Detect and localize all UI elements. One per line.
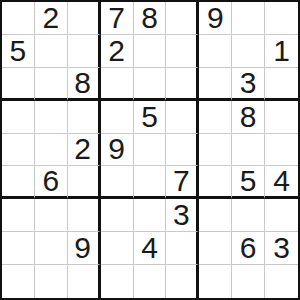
cell-r8c5[interactable]: 4 [134,232,167,265]
cell-r4c2[interactable] [35,101,68,134]
cell-r7c1[interactable] [2,199,35,232]
cell-r4c7[interactable] [199,101,232,134]
cell-r3c4[interactable] [101,68,134,101]
cell-r7c2[interactable] [35,199,68,232]
cell-r9c7[interactable] [199,265,232,298]
cell-r7c7[interactable] [199,199,232,232]
cell-r7c9[interactable] [265,199,298,232]
cell-r1c3[interactable] [68,2,101,35]
cell-r8c2[interactable] [35,232,68,265]
cell-r4c6[interactable] [166,101,199,134]
cell-r2c4[interactable]: 2 [101,35,134,68]
cell-r8c6[interactable] [166,232,199,265]
cell-r8c3[interactable]: 9 [68,232,101,265]
cell-r5c2[interactable] [35,134,68,167]
cell-r6c2[interactable]: 6 [35,166,68,199]
cell-r6c1[interactable] [2,166,35,199]
cell-r9c5[interactable] [134,265,167,298]
cell-r8c4[interactable] [101,232,134,265]
cell-r1c4[interactable]: 7 [101,2,134,35]
cell-r5c7[interactable] [199,134,232,167]
cell-r2c7[interactable] [199,35,232,68]
cell-r3c7[interactable] [199,68,232,101]
cell-r4c5[interactable]: 5 [134,101,167,134]
cell-r1c8[interactable] [232,2,265,35]
cell-r7c6[interactable]: 3 [166,199,199,232]
cell-r8c8[interactable]: 6 [232,232,265,265]
cell-r5c9[interactable] [265,134,298,167]
sudoku-board: 2789521835829675439463 [0,0,300,300]
cell-r3c6[interactable] [166,68,199,101]
cell-r9c1[interactable] [2,265,35,298]
cell-r2c6[interactable] [166,35,199,68]
cell-r2c3[interactable] [68,35,101,68]
cell-r5c4[interactable]: 9 [101,134,134,167]
cell-r2c1[interactable]: 5 [2,35,35,68]
cell-r1c1[interactable] [2,2,35,35]
cell-r8c9[interactable]: 3 [265,232,298,265]
cell-r7c8[interactable] [232,199,265,232]
cell-r4c4[interactable] [101,101,134,134]
cell-r1c7[interactable]: 9 [199,2,232,35]
cell-r1c2[interactable]: 2 [35,2,68,35]
cell-r2c5[interactable] [134,35,167,68]
cell-r5c1[interactable] [2,134,35,167]
cell-r3c3[interactable]: 8 [68,68,101,101]
cell-r9c4[interactable] [101,265,134,298]
cell-r8c1[interactable] [2,232,35,265]
cell-r1c6[interactable] [166,2,199,35]
cell-r4c8[interactable]: 8 [232,101,265,134]
cell-r3c9[interactable] [265,68,298,101]
cell-r5c8[interactable] [232,134,265,167]
cell-r3c1[interactable] [2,68,35,101]
cell-r2c9[interactable]: 1 [265,35,298,68]
cell-r7c5[interactable] [134,199,167,232]
cell-r5c6[interactable] [166,134,199,167]
cell-r6c5[interactable] [134,166,167,199]
cell-r4c3[interactable] [68,101,101,134]
cell-r3c2[interactable] [35,68,68,101]
cell-r6c6[interactable]: 7 [166,166,199,199]
cell-r6c9[interactable]: 4 [265,166,298,199]
cell-r4c9[interactable] [265,101,298,134]
cell-r9c2[interactable] [35,265,68,298]
cell-r2c2[interactable] [35,35,68,68]
cell-r7c4[interactable] [101,199,134,232]
cell-r1c9[interactable] [265,2,298,35]
cell-r6c4[interactable] [101,166,134,199]
cell-r6c8[interactable]: 5 [232,166,265,199]
cell-r5c3[interactable]: 2 [68,134,101,167]
cell-r6c3[interactable] [68,166,101,199]
cell-r3c8[interactable]: 3 [232,68,265,101]
cell-r9c3[interactable] [68,265,101,298]
cell-r3c5[interactable] [134,68,167,101]
cell-r2c8[interactable] [232,35,265,68]
cell-r9c9[interactable] [265,265,298,298]
cell-r4c1[interactable] [2,101,35,134]
cell-r6c7[interactable] [199,166,232,199]
cell-r5c5[interactable] [134,134,167,167]
cell-r9c8[interactable] [232,265,265,298]
cell-r1c5[interactable]: 8 [134,2,167,35]
cell-r8c7[interactable] [199,232,232,265]
cell-r9c6[interactable] [166,265,199,298]
cell-r7c3[interactable] [68,199,101,232]
